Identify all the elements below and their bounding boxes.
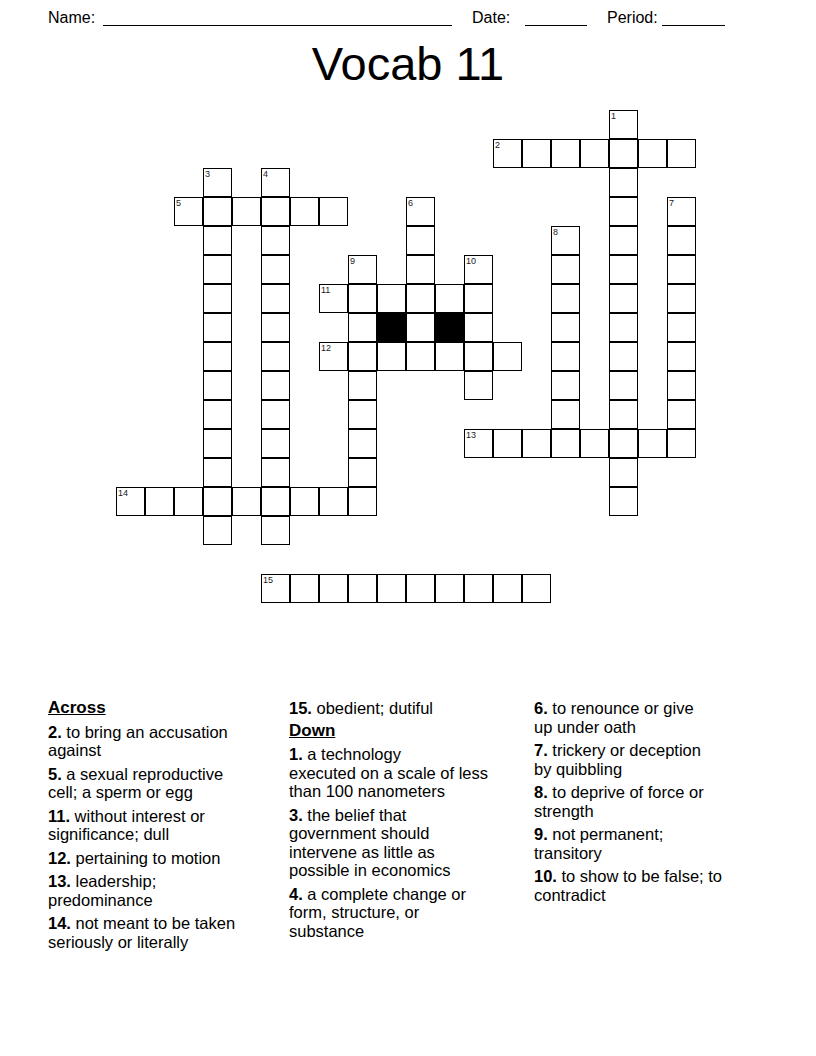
grid-cell[interactable]	[667, 255, 696, 284]
grid-cell[interactable]	[261, 342, 290, 371]
grid-cell[interactable]	[522, 574, 551, 603]
clue-text: trickery or deception by quibbling	[534, 741, 701, 778]
grid-cell[interactable]	[406, 284, 435, 313]
clue-number-10: 10	[466, 256, 476, 266]
grid-cell[interactable]	[667, 342, 696, 371]
clue-number-15: 15	[263, 575, 273, 585]
grid-cell[interactable]	[609, 197, 638, 226]
grid-cell[interactable]	[609, 458, 638, 487]
grid-cell[interactable]	[348, 574, 377, 603]
clue-text: a sexual reproductive cell; a sperm or e…	[48, 765, 223, 802]
grid-cell[interactable]	[551, 342, 580, 371]
grid-cell[interactable]	[667, 400, 696, 429]
grid-cell[interactable]	[377, 574, 406, 603]
grid-cell[interactable]	[609, 226, 638, 255]
clue-number-7: 7	[669, 198, 674, 208]
grid-cell[interactable]: 10	[464, 255, 493, 284]
clue-text: obedient; dutiful	[312, 699, 433, 717]
grid-cell[interactable]	[522, 139, 551, 168]
clue-3: 3. the belief that government should int…	[289, 806, 539, 880]
grid-cell[interactable]	[638, 429, 667, 458]
grid-cell[interactable]	[464, 342, 493, 371]
date-blank-line	[525, 25, 587, 26]
grid-cell[interactable]	[464, 313, 493, 342]
grid-cell[interactable]	[348, 458, 377, 487]
grid-cell[interactable]	[203, 371, 232, 400]
period-label: Period:	[607, 8, 658, 27]
grid-cell[interactable]: 14	[116, 487, 145, 516]
grid-cell[interactable]	[261, 371, 290, 400]
grid-cell[interactable]	[464, 371, 493, 400]
grid-cell[interactable]	[406, 255, 435, 284]
crossword-grid: 123456789101112131415	[116, 110, 698, 605]
grid-cell[interactable]	[348, 429, 377, 458]
grid-cell[interactable]	[261, 226, 290, 255]
grid-cell[interactable]	[203, 197, 232, 226]
clue-text: not permanent; transitory	[534, 825, 663, 862]
grid-cell[interactable]	[261, 400, 290, 429]
grid-cell[interactable]	[667, 313, 696, 342]
clue-text: to renounce or give up under oath	[534, 699, 694, 736]
grid-cell[interactable]	[203, 400, 232, 429]
grid-cell[interactable]	[203, 487, 232, 516]
grid-cell[interactable]	[203, 429, 232, 458]
grid-cell[interactable]	[464, 574, 493, 603]
clue-number-2: 2	[495, 140, 500, 150]
grid-cell[interactable]	[145, 487, 174, 516]
grid-cell[interactable]	[609, 168, 638, 197]
grid-cell[interactable]	[435, 342, 464, 371]
grid-cell[interactable]	[406, 226, 435, 255]
grid-cell[interactable]	[348, 371, 377, 400]
grid-cell[interactable]	[261, 284, 290, 313]
clue-10: 10. to show to be false; to contradict	[534, 867, 784, 904]
name-label: Name:	[48, 8, 95, 27]
clue-label: 14.	[48, 914, 71, 932]
worksheet-page: Name: Date: Period: Vocab 11 12345678910…	[0, 0, 816, 1056]
grid-cell[interactable]	[609, 284, 638, 313]
clue-1: 1. a technology executed on a scale of l…	[289, 745, 539, 801]
grid-cell[interactable]	[203, 458, 232, 487]
clue-12: 12. pertaining to motion	[48, 849, 293, 868]
grid-cell[interactable]	[261, 313, 290, 342]
grid-cell[interactable]: 11	[319, 284, 348, 313]
grid-cell[interactable]	[551, 400, 580, 429]
grid-cell[interactable]: 1	[609, 110, 638, 139]
grid-cell[interactable]	[493, 429, 522, 458]
clue-7: 7. trickery or deception by quibbling	[534, 741, 784, 778]
grid-cell[interactable]	[232, 197, 261, 226]
grid-cell[interactable]	[609, 313, 638, 342]
clue-number-3: 3	[205, 169, 210, 179]
grid-cell[interactable]	[667, 226, 696, 255]
clue-2: 2. to bring an accusation against	[48, 723, 293, 760]
grid-cell[interactable]	[261, 516, 290, 545]
grid-cell[interactable]	[551, 255, 580, 284]
grid-cell[interactable]	[406, 342, 435, 371]
clue-label: 12.	[48, 849, 71, 867]
down-section-header: Down	[289, 722, 539, 741]
grid-cell[interactable]	[261, 458, 290, 487]
clue-label: 4.	[289, 885, 303, 903]
grid-cell[interactable]	[174, 487, 203, 516]
grid-cell[interactable]	[551, 371, 580, 400]
grid-cell[interactable]: 12	[319, 342, 348, 371]
clue-text: to deprive of force or strength	[534, 783, 704, 820]
grid-cell[interactable]: 2	[493, 139, 522, 168]
clue-5: 5. a sexual reproductive cell; a sperm o…	[48, 765, 293, 802]
grid-cell[interactable]: 4	[261, 168, 290, 197]
clue-9: 9. not permanent; transitory	[534, 825, 784, 862]
clue-number-5: 5	[176, 198, 181, 208]
grid-cell[interactable]: 5	[174, 197, 203, 226]
grid-cell[interactable]	[609, 487, 638, 516]
grid-cell[interactable]	[203, 313, 232, 342]
grid-cell[interactable]	[551, 139, 580, 168]
name-blank-line	[103, 25, 452, 26]
grid-cell[interactable]: 8	[551, 226, 580, 255]
clue-6: 6. to renounce or give up under oath	[534, 699, 784, 736]
grid-cell[interactable]	[261, 197, 290, 226]
clue-number-9: 9	[350, 256, 355, 266]
grid-cell[interactable]	[609, 342, 638, 371]
grid-cell[interactable]	[261, 487, 290, 516]
clue-label: 10.	[534, 867, 557, 885]
clue-number-12: 12	[321, 343, 331, 353]
clue-text: a technology executed on a scale of less…	[289, 745, 488, 800]
grid-cell[interactable]	[348, 313, 377, 342]
grid-cell[interactable]	[203, 516, 232, 545]
grid-cell[interactable]	[348, 342, 377, 371]
grid-cell[interactable]	[203, 284, 232, 313]
grid-cell[interactable]	[203, 342, 232, 371]
clue-label: 5.	[48, 765, 62, 783]
clue-text: without interest or significance; dull	[48, 807, 205, 844]
grid-cell[interactable]	[609, 255, 638, 284]
clue-text: pertaining to motion	[71, 849, 221, 867]
grid-cell[interactable]	[435, 284, 464, 313]
grid-cell[interactable]: 3	[203, 168, 232, 197]
clues-column-2: 15. obedient; dutifulDown1. a technology…	[289, 699, 539, 940]
clue-number-6: 6	[408, 198, 413, 208]
grid-cell[interactable]	[551, 313, 580, 342]
grid-cell[interactable]	[319, 487, 348, 516]
grid-cell[interactable]	[580, 429, 609, 458]
clue-number-8: 8	[553, 227, 558, 237]
grid-cell[interactable]	[290, 574, 319, 603]
clue-4: 4. a complete change or form, structure,…	[289, 885, 539, 941]
clue-11: 11. without interest or significance; du…	[48, 807, 293, 844]
clue-label: 13.	[48, 872, 71, 890]
clue-label: 3.	[289, 806, 303, 824]
grid-cell[interactable]	[551, 284, 580, 313]
grid-cell[interactable]	[290, 197, 319, 226]
clue-label: 2.	[48, 723, 62, 741]
grid-cell[interactable]	[609, 400, 638, 429]
clue-number-13: 13	[466, 430, 476, 440]
grid-cell[interactable]	[203, 226, 232, 255]
clue-number-14: 14	[118, 488, 128, 498]
worksheet-title: Vocab 11	[0, 38, 816, 90]
blocked-cell	[377, 313, 406, 342]
clue-label: 7.	[534, 741, 548, 759]
grid-cell[interactable]	[290, 487, 319, 516]
grid-cell[interactable]	[232, 487, 261, 516]
across-section-header: Across	[48, 699, 293, 718]
grid-cell[interactable]	[493, 342, 522, 371]
grid-cell[interactable]	[319, 197, 348, 226]
blocked-cell	[435, 313, 464, 342]
grid-cell[interactable]	[638, 139, 667, 168]
clue-label: 8.	[534, 783, 548, 801]
grid-cell[interactable]	[406, 313, 435, 342]
clues-column-3: 6. to renounce or give up under oath7. t…	[534, 699, 784, 904]
grid-cell[interactable]	[203, 255, 232, 284]
clue-8: 8. to deprive of force or strength	[534, 783, 784, 820]
clue-text: to bring an accusation against	[48, 723, 228, 760]
grid-cell[interactable]	[609, 429, 638, 458]
period-blank-line	[662, 25, 725, 26]
grid-cell[interactable]	[377, 342, 406, 371]
clue-label: 15.	[289, 699, 312, 717]
grid-cell[interactable]	[261, 429, 290, 458]
clue-14: 14. not meant to be taken seriously or l…	[48, 914, 293, 951]
grid-cell[interactable]	[406, 574, 435, 603]
grid-cell[interactable]: 7	[667, 197, 696, 226]
grid-cell[interactable]: 9	[348, 255, 377, 284]
grid-cell[interactable]	[464, 284, 493, 313]
clue-label: 1.	[289, 745, 303, 763]
clue-text: the belief that government should interv…	[289, 806, 450, 880]
clue-13: 13. leadership; predominance	[48, 872, 293, 909]
grid-cell[interactable]	[667, 139, 696, 168]
clue-label: 11.	[48, 807, 70, 825]
grid-cell[interactable]: 13	[464, 429, 493, 458]
clue-number-11: 11	[321, 285, 330, 295]
clue-text: to show to be false; to contradict	[534, 867, 722, 904]
grid-cell[interactable]: 6	[406, 197, 435, 226]
grid-cell[interactable]	[580, 139, 609, 168]
grid-cell[interactable]	[348, 284, 377, 313]
grid-cell[interactable]	[609, 371, 638, 400]
clue-15: 15. obedient; dutiful	[289, 699, 539, 718]
grid-cell[interactable]	[319, 574, 348, 603]
grid-cell[interactable]: 15	[261, 574, 290, 603]
grid-cell[interactable]	[435, 574, 464, 603]
clue-number-1: 1	[611, 111, 616, 121]
grid-cell[interactable]	[348, 487, 377, 516]
grid-cell[interactable]	[348, 400, 377, 429]
clue-text: a complete change or form, structure, or…	[289, 885, 466, 940]
date-label: Date:	[472, 8, 510, 27]
grid-cell[interactable]	[522, 429, 551, 458]
grid-cell[interactable]	[667, 371, 696, 400]
grid-cell[interactable]	[377, 284, 406, 313]
grid-cell[interactable]	[667, 284, 696, 313]
clue-label: 6.	[534, 699, 548, 717]
grid-cell[interactable]	[493, 574, 522, 603]
grid-cell[interactable]	[261, 255, 290, 284]
grid-cell[interactable]	[551, 429, 580, 458]
grid-cell[interactable]	[667, 429, 696, 458]
clue-number-4: 4	[263, 169, 268, 179]
clues-column-1: Across2. to bring an accusation against5…	[48, 699, 293, 951]
clue-label: 9.	[534, 825, 548, 843]
clue-text: not meant to be taken seriously or liter…	[48, 914, 235, 951]
grid-cell[interactable]	[609, 139, 638, 168]
